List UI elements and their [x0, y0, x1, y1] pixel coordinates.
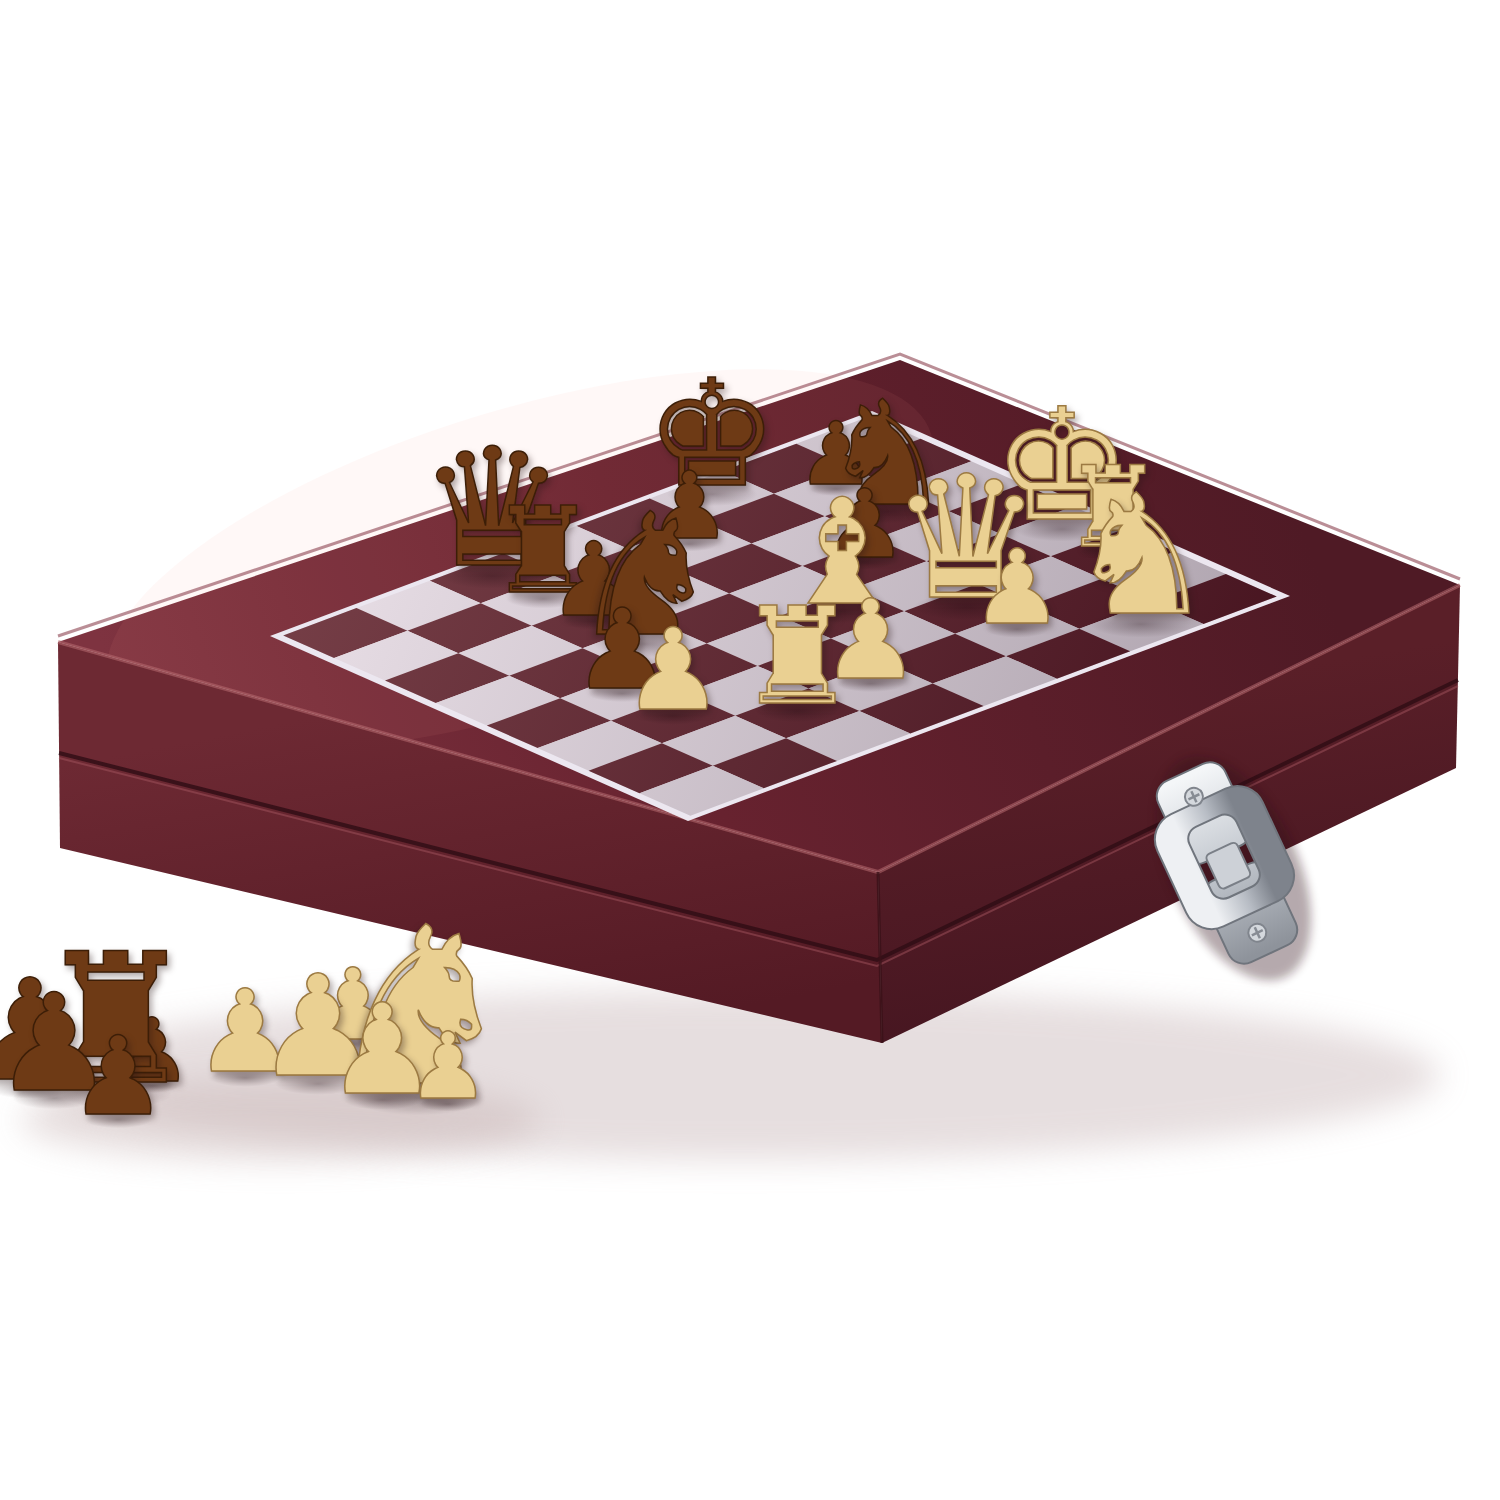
product-photo-scene: ♚♛♜♟♞♟♟♟♞♟♚♜♛♟♝♞♟♜♟♟♟♜♟♟♟♟♟♟♞♟ — [0, 0, 1500, 1500]
chess-piece-light-pawn: ♟ — [622, 614, 723, 727]
chess-piece-light-pawn: ♟ — [971, 536, 1063, 639]
chess-piece-light-knight: ♞ — [1067, 473, 1216, 639]
chess-piece-light-rook: ♜ — [737, 590, 857, 724]
chess-piece-light-pawn: ♟ — [407, 1021, 489, 1113]
chess-piece-dark-pawn: ♟ — [69, 1022, 167, 1131]
